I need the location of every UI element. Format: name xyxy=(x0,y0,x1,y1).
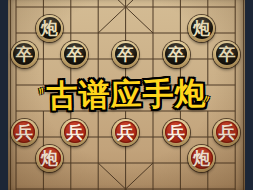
piece-red-soldier[interactable]: 兵 xyxy=(163,119,190,146)
piece-black-cannon[interactable]: 炮 xyxy=(36,15,63,42)
piece-face: 炮 xyxy=(39,147,61,169)
piece-character: 炮 xyxy=(41,19,58,36)
piece-face: 卒 xyxy=(115,43,137,65)
piece-character: 卒 xyxy=(16,45,33,62)
piece-red-cannon[interactable]: 炮 xyxy=(188,145,215,172)
video-frame: 炮炮卒卒卒卒卒兵兵兵兵兵炮炮 古谱应手炮 〃 〃 xyxy=(0,0,253,190)
piece-character: 卒 xyxy=(66,45,83,62)
piece-face: 兵 xyxy=(13,121,35,143)
piece-black-soldier[interactable]: 卒 xyxy=(213,41,240,68)
piece-character: 炮 xyxy=(193,149,210,166)
piece-red-soldier[interactable]: 兵 xyxy=(61,119,88,146)
piece-face: 炮 xyxy=(39,17,61,39)
piece-black-soldier[interactable]: 卒 xyxy=(11,41,38,68)
piece-character: 兵 xyxy=(66,123,83,140)
piece-face: 炮 xyxy=(191,17,213,39)
piece-character: 炮 xyxy=(41,149,58,166)
piece-character: 兵 xyxy=(218,123,235,140)
piece-face: 卒 xyxy=(64,43,86,65)
piece-character: 兵 xyxy=(16,123,33,140)
piece-character: 兵 xyxy=(117,123,134,140)
piece-red-cannon[interactable]: 炮 xyxy=(36,145,63,172)
piece-character: 卒 xyxy=(168,45,185,62)
piece-black-soldier[interactable]: 卒 xyxy=(163,41,190,68)
piece-face: 卒 xyxy=(165,43,187,65)
piece-red-soldier[interactable]: 兵 xyxy=(112,119,139,146)
piece-character: 卒 xyxy=(117,45,134,62)
piece-face: 兵 xyxy=(165,121,187,143)
piece-face: 卒 xyxy=(216,43,238,65)
piece-black-soldier[interactable]: 卒 xyxy=(112,41,139,68)
piece-red-soldier[interactable]: 兵 xyxy=(11,119,38,146)
piece-black-soldier[interactable]: 卒 xyxy=(61,41,88,68)
piece-character: 兵 xyxy=(168,123,185,140)
piece-face: 兵 xyxy=(64,121,86,143)
piece-character: 炮 xyxy=(193,19,210,36)
piece-red-soldier[interactable]: 兵 xyxy=(213,119,240,146)
piece-face: 兵 xyxy=(216,121,238,143)
piece-character: 卒 xyxy=(218,45,235,62)
piece-face: 兵 xyxy=(115,121,137,143)
piece-face: 卒 xyxy=(13,43,35,65)
piece-face: 炮 xyxy=(191,147,213,169)
piece-black-cannon[interactable]: 炮 xyxy=(188,15,215,42)
